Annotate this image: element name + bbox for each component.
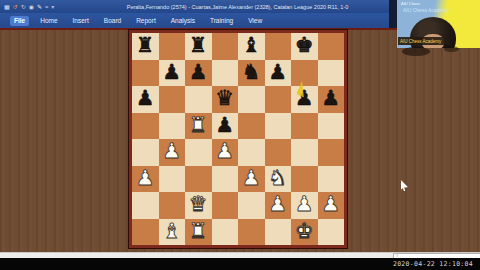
piece-white-pawn[interactable]: ♟ [321,191,340,217]
square-g4[interactable] [291,139,318,166]
piece-white-rook[interactable]: ♜ [189,218,208,244]
piece-black-king[interactable]: ♚ [295,32,314,58]
square-e6[interactable] [238,86,265,113]
camera-icon[interactable]: ◉ [29,4,34,10]
piece-black-pawn[interactable]: ♟ [215,112,234,138]
tab-analysis[interactable]: Analysis [167,16,199,26]
square-h8[interactable] [318,33,345,60]
square-h2[interactable]: ♟ [318,192,345,219]
bottom-black-bar: 2020-04-22 12:10:04 [0,258,480,270]
square-f1[interactable] [265,219,292,246]
square-g3[interactable] [291,166,318,193]
square-d5[interactable]: ♟ [212,113,239,140]
square-d2[interactable] [212,192,239,219]
square-f3[interactable]: ♞ [265,166,292,193]
tab-file[interactable]: File [10,16,29,26]
piece-black-rook[interactable]: ♜ [189,32,208,58]
square-d6[interactable]: ♛ [212,86,239,113]
square-b3[interactable] [159,166,186,193]
webcam-caption: AIU Chess Academy [398,37,450,45]
quick-access-toolbar: ▦↺↻◉✎≈▾ [0,4,54,10]
piece-white-knight[interactable]: ♞ [268,165,287,191]
dropdown-caret-icon[interactable]: ▾ [51,4,54,10]
piece-black-queen[interactable]: ♛ [215,85,234,111]
square-b8[interactable] [159,33,186,60]
square-g7[interactable] [291,60,318,87]
square-g6[interactable]: ♟ [291,86,318,113]
square-d7[interactable] [212,60,239,87]
tab-report[interactable]: Report [132,16,160,26]
square-b6[interactable] [159,86,186,113]
square-d8[interactable] [212,33,239,60]
square-h7[interactable] [318,60,345,87]
square-b1[interactable]: ♝ [159,219,186,246]
piece-black-pawn[interactable]: ♟ [136,85,155,111]
wave-icon[interactable]: ≈ [45,4,48,10]
piece-black-rook[interactable]: ♜ [136,32,155,58]
piece-white-pawn[interactable]: ♟ [242,165,261,191]
webcam-shadow [402,47,430,56]
square-a7[interactable] [132,60,159,87]
piece-black-bishop[interactable]: ♝ [242,32,261,58]
square-a6[interactable]: ♟ [132,86,159,113]
square-h3[interactable] [318,166,345,193]
square-h5[interactable] [318,113,345,140]
piece-white-king[interactable]: ♚ [295,218,314,244]
tab-insert[interactable]: Insert [69,16,93,26]
square-c7[interactable]: ♟ [185,60,212,87]
square-h4[interactable] [318,139,345,166]
tab-training[interactable]: Training [206,16,237,26]
square-b7[interactable]: ♟ [159,60,186,87]
square-e7[interactable]: ♞ [238,60,265,87]
webcam-watermark: AIU Chess Academy [403,7,449,13]
square-h6[interactable]: ♟ [318,86,345,113]
square-a1[interactable] [132,219,159,246]
piece-white-pawn[interactable]: ♟ [136,165,155,191]
square-g5[interactable] [291,113,318,140]
square-a5[interactable] [132,113,159,140]
square-f4[interactable] [265,139,292,166]
piece-white-rook[interactable]: ♜ [189,112,208,138]
piece-white-pawn[interactable]: ♟ [162,138,181,164]
tab-view[interactable]: View [244,16,266,26]
square-c5[interactable]: ♜ [185,113,212,140]
square-f5[interactable] [265,113,292,140]
square-e2[interactable] [238,192,265,219]
square-c4[interactable] [185,139,212,166]
webcam-watermark-small: AIU Chess [401,1,420,6]
board-icon[interactable]: ▦ [4,4,10,10]
piece-black-knight[interactable]: ♞ [242,59,261,85]
square-e1[interactable] [238,219,265,246]
chess-board-frame: ♜♜♝♚♟♟♞♟♟♛♟♟♜♟♟♟♟♟♞♛♟♟♟♝♜♚ [128,29,348,249]
square-b2[interactable] [159,192,186,219]
square-c6[interactable] [185,86,212,113]
recording-timestamp: 2020-04-22 12:10:04 [393,260,473,268]
piece-white-queen[interactable]: ♛ [189,191,208,217]
square-e4[interactable] [238,139,265,166]
window-title: Peralta,Fernando (2574) - Cuartas,Jaime … [95,0,380,13]
pen-icon[interactable]: ✎ [37,4,42,10]
piece-white-pawn[interactable]: ♟ [295,191,314,217]
undo-icon[interactable]: ↺ [13,4,18,10]
webcam-shadow-2 [444,46,459,52]
square-g1[interactable]: ♚ [291,219,318,246]
redo-icon[interactable]: ↻ [21,4,26,10]
piece-white-pawn[interactable]: ♟ [268,191,287,217]
tab-board[interactable]: Board [100,16,125,26]
piece-black-pawn[interactable]: ♟ [162,59,181,85]
square-f7[interactable]: ♟ [265,60,292,87]
square-a3[interactable]: ♟ [132,166,159,193]
piece-white-pawn[interactable]: ♟ [215,138,234,164]
square-a8[interactable]: ♜ [132,33,159,60]
tab-home[interactable]: Home [36,16,61,26]
square-c3[interactable] [185,166,212,193]
square-a2[interactable] [132,192,159,219]
square-c2[interactable]: ♛ [185,192,212,219]
square-a4[interactable] [132,139,159,166]
square-d3[interactable] [212,166,239,193]
chess-board: ♜♜♝♚♟♟♞♟♟♛♟♟♜♟♟♟♟♟♞♛♟♟♟♝♜♚ [132,33,344,245]
square-f8[interactable] [265,33,292,60]
square-f6[interactable] [265,86,292,113]
square-d4[interactable]: ♟ [212,139,239,166]
square-d1[interactable] [212,219,239,246]
square-b4[interactable]: ♟ [159,139,186,166]
square-c8[interactable]: ♜ [185,33,212,60]
piece-black-pawn[interactable]: ♟ [268,59,287,85]
square-g2[interactable]: ♟ [291,192,318,219]
square-f2[interactable]: ♟ [265,192,292,219]
piece-black-pawn[interactable]: ♟ [189,59,208,85]
square-e5[interactable] [238,113,265,140]
piece-black-pawn[interactable]: ♟ [321,85,340,111]
webcam-overlay: AIU Chess AIU Chess Academy AIU Chess Ac… [397,0,480,48]
piece-white-bishop[interactable]: ♝ [162,218,181,244]
square-c1[interactable]: ♜ [185,219,212,246]
square-e3[interactable]: ♟ [238,166,265,193]
piece-black-pawn[interactable]: ♟ [295,85,314,111]
square-b5[interactable] [159,113,186,140]
square-e8[interactable]: ♝ [238,33,265,60]
square-h1[interactable] [318,219,345,246]
square-g8[interactable]: ♚ [291,33,318,60]
